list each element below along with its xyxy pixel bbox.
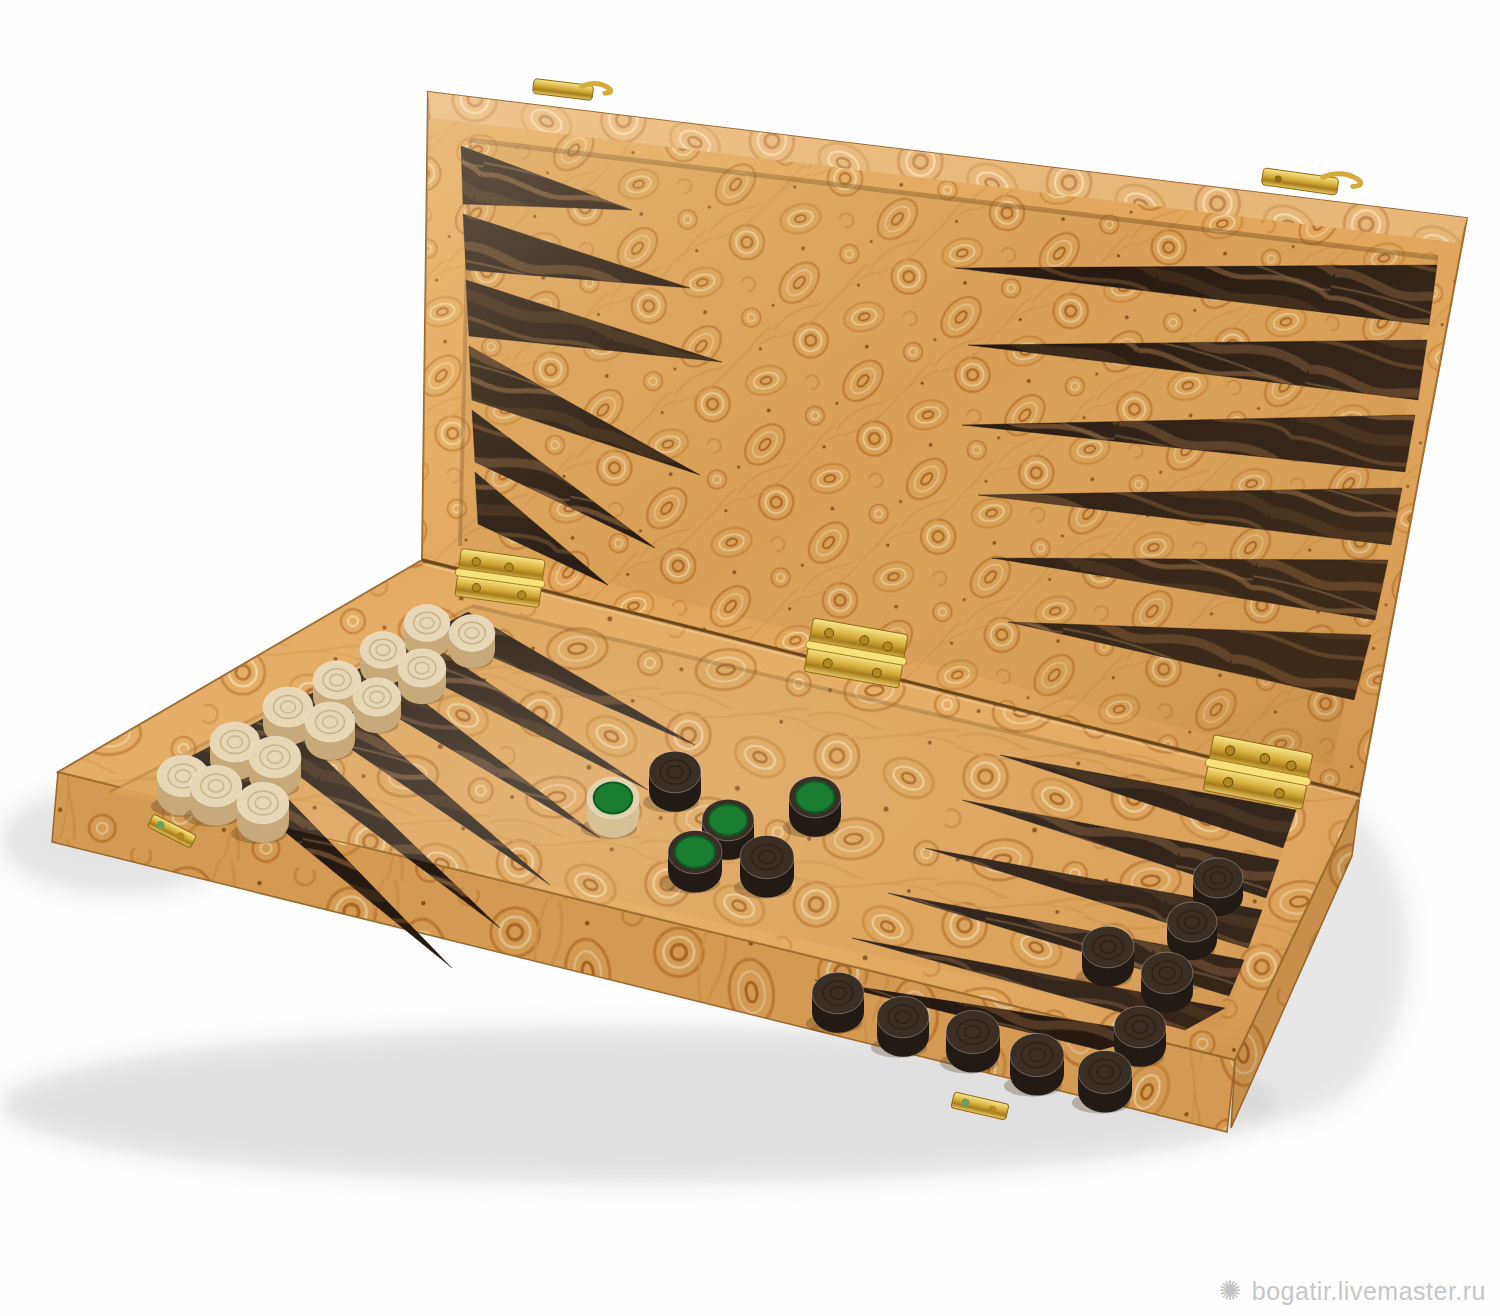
clasp-icon <box>532 76 611 103</box>
gear-rosette-icon: ✺ <box>1219 1278 1242 1305</box>
clasp-icon <box>1261 163 1361 198</box>
watermark-text: bogatir.livemaster.ru <box>1252 1277 1486 1306</box>
backgammon-case-photo <box>0 0 1500 1316</box>
watermark: ✺ bogatir.livemaster.ru <box>1219 1277 1486 1306</box>
product-photo: ✺ bogatir.livemaster.ru <box>0 0 1500 1316</box>
